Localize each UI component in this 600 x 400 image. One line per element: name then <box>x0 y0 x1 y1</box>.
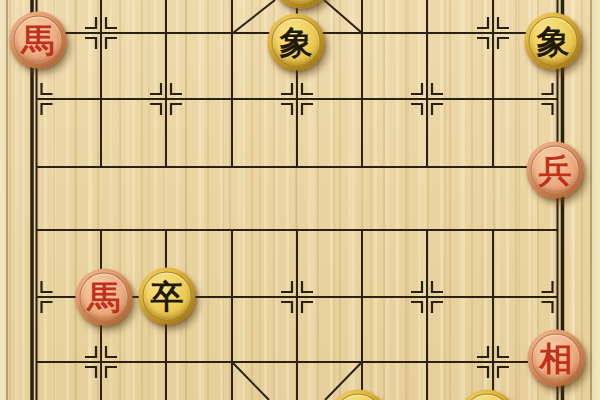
piece-face: 象 <box>529 17 578 66</box>
piece-face: 卒 <box>143 272 192 321</box>
piece-red-soldier-right[interactable]: 兵 <box>527 142 584 199</box>
piece-face: 卒 <box>334 394 383 400</box>
piece-black-elephant-center[interactable]: 象 <box>268 14 325 71</box>
piece-character: 象 <box>537 25 570 58</box>
piece-red-horse-left[interactable]: 馬 <box>10 12 67 69</box>
piece-red-elephant-right[interactable]: 相 <box>528 330 585 387</box>
piece-face: 兵 <box>531 146 580 195</box>
piece-black-soldier-mid[interactable]: 卒 <box>139 268 196 325</box>
piece-character: 象 <box>280 26 313 59</box>
xiangqi-board[interactable]: 將馬象象兵馬卒相卒卒 <box>0 0 600 400</box>
piece-character: 馬 <box>88 281 121 314</box>
piece-character: 相 <box>540 342 573 375</box>
piece-face: 卒 <box>463 394 512 400</box>
piece-character: 卒 <box>151 280 184 313</box>
piece-red-horse-mid[interactable]: 馬 <box>76 269 133 326</box>
piece-character: 兵 <box>539 154 572 187</box>
piece-character: 馬 <box>22 24 55 57</box>
piece-face: 馬 <box>80 273 129 322</box>
piece-face: 馬 <box>14 16 63 65</box>
piece-face: 象 <box>272 18 321 67</box>
piece-black-elephant-right[interactable]: 象 <box>525 13 582 70</box>
piece-face: 相 <box>532 334 581 383</box>
